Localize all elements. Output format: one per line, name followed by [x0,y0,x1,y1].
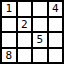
cell-r1c4[interactable]: 4 [49,2,63,16]
cell-r3c3[interactable]: 5 [33,33,47,47]
cell-r1c3[interactable] [33,2,47,16]
cell-r3c4[interactable] [49,33,63,47]
cell-r2c2[interactable]: 2 [18,18,32,32]
cell-r2c4[interactable] [49,18,63,32]
cell-r2c1[interactable] [2,18,16,32]
cell-r4c1[interactable]: 8 [2,49,16,63]
cell-r1c2[interactable] [18,2,32,16]
cell-r4c4[interactable] [49,49,63,63]
cell-r3c2[interactable] [18,33,32,47]
cell-r2c3[interactable] [33,18,47,32]
cell-r3c1[interactable] [2,33,16,47]
puzzle-board: 1 4 2 5 8 [0,0,64,64]
cell-r1c1[interactable]: 1 [2,2,16,16]
cell-r4c2[interactable] [18,49,32,63]
cell-r4c3[interactable] [33,49,47,63]
